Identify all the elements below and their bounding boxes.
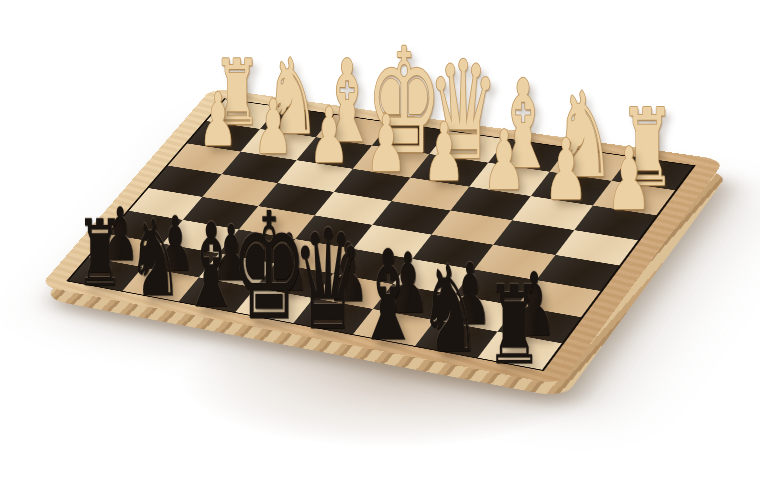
photo-background: ♜♞♝♟♚♟♛♟♝♟♞♟♜♟♟♟♟♟♟♜♟♞♟♝♟♚♟♛♟♝♞♜ xyxy=(0,0,760,503)
